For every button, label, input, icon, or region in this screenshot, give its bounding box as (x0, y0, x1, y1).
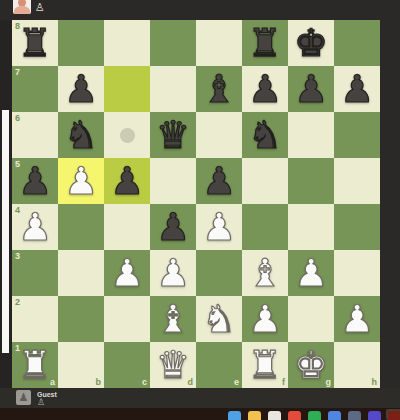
square-h8[interactable] (334, 20, 380, 66)
piece-white-bishop[interactable]: ♝ (150, 296, 196, 342)
file-label: c (142, 377, 147, 387)
piece-black-knight[interactable]: ♞ (242, 112, 288, 158)
square-f3[interactable]: ♝ (242, 250, 288, 296)
piece-white-pawn[interactable]: ♟ (288, 250, 334, 296)
square-h2[interactable]: ♟ (334, 296, 380, 342)
file-label: a (50, 377, 55, 387)
rank-label: 1 (15, 343, 20, 353)
piece-white-knight[interactable]: ♞ (196, 296, 242, 342)
square-c7[interactable] (104, 66, 150, 112)
opera-icon[interactable] (288, 411, 301, 420)
square-d6[interactable]: ♛ (150, 112, 196, 158)
move-hint-dot (120, 128, 135, 143)
square-a4[interactable]: 4♟ (12, 204, 58, 250)
square-e7[interactable]: ♝ (196, 66, 242, 112)
opponent-avatar[interactable] (13, 0, 31, 14)
square-a5[interactable]: 5♟ (12, 158, 58, 204)
square-g3[interactable]: ♟ (288, 250, 334, 296)
square-h6[interactable] (334, 112, 380, 158)
square-f7[interactable]: ♟ (242, 66, 288, 112)
avatar-shoulders (14, 6, 30, 14)
square-d7[interactable] (150, 66, 196, 112)
square-h4[interactable] (334, 204, 380, 250)
square-d3[interactable]: ♟ (150, 250, 196, 296)
rank-label: 4 (15, 205, 20, 215)
square-c4[interactable] (104, 204, 150, 250)
square-b3[interactable] (58, 250, 104, 296)
chess-board: 8♜♜♚7♟♝♟♟♟6♞♛♞5♟♟♟♟4♟♟♟3♟♟♝♟2♝♞♟♟1a♜bcd♛… (12, 20, 380, 388)
piece-black-pawn[interactable]: ♟ (242, 66, 288, 112)
square-f4[interactable] (242, 204, 288, 250)
file-label: f (282, 377, 285, 387)
green-app-icon[interactable] (308, 411, 321, 420)
square-c5[interactable]: ♟ (104, 158, 150, 204)
file-label: d (188, 377, 194, 387)
square-e8[interactable] (196, 20, 242, 66)
piece-white-pawn[interactable]: ♟ (334, 296, 380, 342)
opponent-bar: ♙ (0, 0, 400, 20)
square-e3[interactable] (196, 250, 242, 296)
square-g1[interactable]: g♚ (288, 342, 334, 388)
piece-black-knight[interactable]: ♞ (58, 112, 104, 158)
folder-icon[interactable] (248, 411, 261, 420)
square-b8[interactable] (58, 20, 104, 66)
square-c1[interactable]: c (104, 342, 150, 388)
captured-pawn-icon: ♙ (35, 1, 45, 14)
square-f2[interactable]: ♟ (242, 296, 288, 342)
piece-white-pawn[interactable]: ♟ (58, 158, 104, 204)
left-panel-strip (0, 20, 12, 400)
square-f8[interactable]: ♜ (242, 20, 288, 66)
pawn-avatar-icon: ♟ (19, 392, 29, 403)
piece-white-pawn[interactable]: ♟ (242, 296, 288, 342)
square-c2[interactable] (104, 296, 150, 342)
file-label: b (96, 377, 102, 387)
square-a1[interactable]: 1a♜ (12, 342, 58, 388)
scrollbar-thumb[interactable] (2, 110, 9, 353)
square-c3[interactable]: ♟ (104, 250, 150, 296)
square-g7[interactable]: ♟ (288, 66, 334, 112)
square-g2[interactable] (288, 296, 334, 342)
piece-black-pawn[interactable]: ♟ (104, 158, 150, 204)
square-h5[interactable] (334, 158, 380, 204)
app-window: ♙ 8♜♜♚7♟♝♟♟♟6♞♛♞5♟♟♟♟4♟♟♟3♟♟♝♟2♝♞♟♟1a♜bc… (0, 0, 400, 420)
purple-app-icon[interactable] (368, 411, 381, 420)
square-d4[interactable]: ♟ (150, 204, 196, 250)
square-g8[interactable]: ♚ (288, 20, 334, 66)
edge-icon[interactable] (228, 411, 241, 420)
square-b4[interactable] (58, 204, 104, 250)
square-g4[interactable] (288, 204, 334, 250)
square-d8[interactable] (150, 20, 196, 66)
square-b2[interactable] (58, 296, 104, 342)
square-h1[interactable]: h (334, 342, 380, 388)
piece-black-pawn[interactable]: ♟ (288, 66, 334, 112)
square-e5[interactable]: ♟ (196, 158, 242, 204)
piece-black-pawn[interactable]: ♟ (58, 66, 104, 112)
square-c8[interactable] (104, 20, 150, 66)
piece-black-pawn[interactable]: ♟ (334, 66, 380, 112)
piece-black-pawn[interactable]: ♟ (196, 158, 242, 204)
player-avatar[interactable]: ♟ (16, 390, 31, 405)
piece-black-king[interactable]: ♚ (288, 20, 334, 66)
rank-label: 7 (15, 67, 20, 77)
square-a8[interactable]: 8♜ (12, 20, 58, 66)
square-b6[interactable]: ♞ (58, 112, 104, 158)
piece-white-pawn[interactable]: ♟ (150, 250, 196, 296)
piece-black-queen[interactable]: ♛ (150, 112, 196, 158)
file-label: e (234, 377, 239, 387)
rank-label: 5 (15, 159, 20, 169)
player-bar: ♟ Guest ♙ (0, 388, 400, 408)
square-d2[interactable]: ♝ (150, 296, 196, 342)
square-a3[interactable]: 3 (12, 250, 58, 296)
windows-taskbar (0, 408, 400, 420)
square-b1[interactable]: b (58, 342, 104, 388)
captured-pawn-icon: ♙ (37, 398, 45, 407)
piece-black-bishop[interactable]: ♝ (196, 66, 242, 112)
square-a2[interactable]: 2 (12, 296, 58, 342)
file-label: g (326, 377, 332, 387)
square-c6[interactable] (104, 112, 150, 158)
chrome-icon[interactable] (328, 411, 341, 420)
piece-white-bishop[interactable]: ♝ (242, 250, 288, 296)
square-b7[interactable]: ♟ (58, 66, 104, 112)
gray-app-icon[interactable] (348, 411, 361, 420)
square-e6[interactable] (196, 112, 242, 158)
square-f1[interactable]: f♜ (242, 342, 288, 388)
square-f5[interactable] (242, 158, 288, 204)
rank-label: 8 (15, 21, 20, 31)
piece-black-rook[interactable]: ♜ (242, 20, 288, 66)
square-g6[interactable] (288, 112, 334, 158)
square-b5[interactable]: ♟ (58, 158, 104, 204)
square-h3[interactable] (334, 250, 380, 296)
piece-white-pawn[interactable]: ♟ (196, 204, 242, 250)
file-label: h (372, 377, 378, 387)
square-d1[interactable]: d♛ (150, 342, 196, 388)
square-d5[interactable] (150, 158, 196, 204)
rank-label: 3 (15, 251, 20, 261)
square-e2[interactable]: ♞ (196, 296, 242, 342)
square-g5[interactable] (288, 158, 334, 204)
square-h7[interactable]: ♟ (334, 66, 380, 112)
document-icon[interactable] (268, 411, 281, 420)
square-e4[interactable]: ♟ (196, 204, 242, 250)
piece-black-pawn[interactable]: ♟ (150, 204, 196, 250)
rank-label: 6 (15, 113, 20, 123)
square-a6[interactable]: 6 (12, 112, 58, 158)
rank-label: 2 (15, 297, 20, 307)
square-e1[interactable]: e (196, 342, 242, 388)
active-app-icon[interactable] (388, 411, 400, 420)
piece-white-pawn[interactable]: ♟ (104, 250, 150, 296)
square-a7[interactable]: 7 (12, 66, 58, 112)
square-f6[interactable]: ♞ (242, 112, 288, 158)
